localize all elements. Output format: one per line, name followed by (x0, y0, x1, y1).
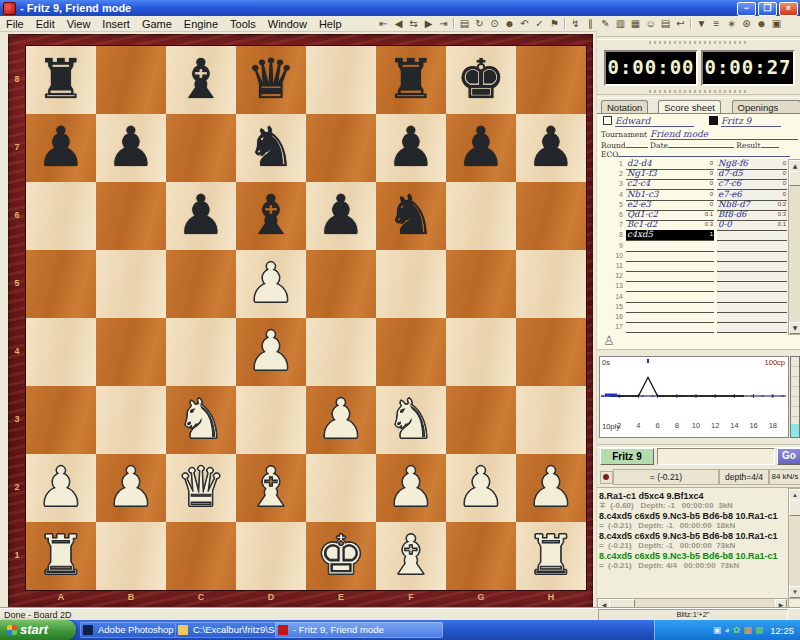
engine-pv-detail: ∓ (-0.60) Depth: -1 00:00:00 3kN (597, 501, 787, 510)
square-b8[interactable] (96, 46, 166, 114)
move-number: 14 (597, 293, 623, 300)
move-number: 5 (597, 201, 623, 208)
scroll-down-icon[interactable]: ▼ (789, 586, 800, 598)
move-row-13: 13 (597, 281, 789, 291)
file-label-b: B (96, 592, 166, 602)
piece-black-pawn[interactable]: ♟ (516, 114, 586, 182)
move-row-8: 8c4xd51 (597, 230, 789, 240)
go-button[interactable]: Go (777, 448, 800, 465)
opponents-icon[interactable]: ☻ (502, 17, 517, 30)
file-label-f: F (376, 592, 446, 602)
square-c6[interactable]: ♟ (166, 182, 236, 250)
network-icon[interactable]: ▣ (713, 625, 722, 635)
rank-label-6: 6 (8, 210, 26, 220)
white-move: d2-d4 (627, 158, 652, 168)
pawn-icon: ♙ (603, 334, 615, 347)
rank-label-2: 2 (8, 482, 26, 492)
notation-window-icon[interactable]: ▤ (658, 17, 673, 30)
player-icon[interactable]: ☺ (643, 17, 658, 30)
menu-item-window[interactable]: Window (262, 18, 313, 30)
move-row-3: 3c2-c40c7-c60 (597, 179, 789, 189)
square-h2[interactable]: ♟ (516, 454, 586, 522)
square-c8[interactable]: ♝ (166, 46, 236, 114)
square-e1[interactable]: ♚ (306, 522, 376, 590)
move-row-11: 11 (597, 261, 789, 271)
graph-scale-label: 100cp (765, 358, 785, 367)
task-app-icon (83, 625, 93, 635)
multimedia-icon[interactable]: ▣ (769, 17, 784, 30)
square-h5[interactable] (516, 250, 586, 318)
takeback-icon[interactable]: ↶ (517, 17, 532, 30)
piece-black-queen[interactable]: ♛ (236, 46, 306, 114)
antivirus-icon[interactable]: ✿ (733, 625, 741, 635)
status-text: Done - Board 2D (4, 610, 72, 620)
engine-options-icon[interactable]: ⊛ (739, 17, 754, 30)
taskbar-task-2[interactable]: C:\Excalbur\fritz9\Sc... (175, 622, 288, 638)
square-h7[interactable]: ♟ (516, 114, 586, 182)
piece-black-pawn[interactable]: ♟ (306, 182, 376, 250)
black-player-row: Fritz 9 (709, 116, 781, 126)
piece-black-bishop[interactable]: ♝ (166, 46, 236, 114)
white-move-time: 0 (710, 191, 713, 197)
move-row-6: 6Qd1-c20.1Bf8-d60.3 (597, 210, 789, 220)
move-number: 8 (597, 231, 623, 238)
scroll-down-icon[interactable]: ▼ (789, 322, 800, 334)
move-row-10: 10 (597, 251, 789, 261)
flag-icon[interactable]: ⚑ (547, 17, 562, 30)
black-player-name: Fritz 9 (721, 116, 781, 127)
square-h6[interactable] (516, 182, 586, 250)
white-move-time: 1 (710, 231, 713, 237)
menu-item-game[interactable]: Game (136, 18, 178, 30)
start-button[interactable]: start (0, 620, 76, 640)
black-move: c7-c6 (718, 178, 741, 188)
black-color-square (709, 116, 718, 125)
engine-status-icon[interactable] (600, 471, 613, 484)
square-g6[interactable] (446, 182, 516, 250)
square-b3[interactable] (96, 386, 166, 454)
fritz-app-icon (3, 2, 16, 15)
chess-board-frame: ♜♝♛♜♚♟♟♞♟♟♟♟♝♟♞♟♟♞♟♞♟♟♛♝♟♟♟♜♚♝♜ 87654321… (8, 34, 593, 608)
black-move-time: 0 (783, 191, 786, 197)
black-move: Nb8-d7 (718, 199, 750, 209)
black-move-time: 0.1 (778, 221, 786, 227)
undo-icon[interactable]: ↩ (673, 17, 688, 30)
menu-item-help[interactable]: Help (313, 18, 348, 30)
engine-pv-line: 8.c4xd5 c6xd5 9.Nc3-b5 Bd6-b8 10.Ra1-c1 (597, 511, 787, 521)
square-g4[interactable] (446, 318, 516, 386)
menu-item-insert[interactable]: Insert (96, 18, 136, 30)
tab-openings-book[interactable]: Openings Book (732, 100, 800, 114)
menu-item-engine[interactable]: Engine (178, 18, 224, 30)
square-a5[interactable] (26, 250, 96, 318)
square-h8[interactable] (516, 46, 586, 114)
piece-white-bishop[interactable]: ♝ (376, 522, 446, 590)
task-app-icon (178, 625, 188, 635)
scrollbar-thumb[interactable] (789, 171, 800, 186)
autoplay-icon[interactable]: ⇆ (406, 17, 421, 30)
move-number: 12 (597, 272, 623, 279)
engine-pv-detail: = (-0.21) Depth: 4/4 00:00:00 73kN (597, 561, 787, 570)
square-a8[interactable]: ♜ (26, 46, 96, 114)
new-game-icon[interactable]: ▤ (457, 17, 472, 30)
white-color-square (603, 116, 612, 125)
media-icon[interactable]: ▦ (743, 625, 752, 635)
square-e7[interactable] (306, 114, 376, 182)
graph-ply-label: 10ply (602, 422, 620, 431)
square-d6[interactable]: ♝ (236, 182, 306, 250)
white-move-time: 0.3 (705, 221, 713, 227)
levels-icon[interactable]: ≡ (709, 17, 724, 30)
square-f5[interactable] (376, 250, 446, 318)
file-label-a: A (26, 592, 96, 602)
square-c7[interactable] (166, 114, 236, 182)
square-c4[interactable] (166, 318, 236, 386)
taskbar-task-1[interactable]: Adobe Photoshop (80, 622, 188, 638)
fritz9-application-window: - Fritz 9, Friend mode − ❐ × FileEditVie… (0, 0, 800, 640)
square-c5[interactable] (166, 250, 236, 318)
move-number: 1 (597, 160, 623, 167)
file-label-d: D (236, 592, 306, 602)
rank-label-5: 5 (8, 278, 26, 288)
engine-name-button[interactable]: Fritz 9 (600, 448, 654, 465)
engine-pv-line: 8.c4xd5 c6xd5 9.Nc3-b5 Bd6-b8 10.Ra1-c1 (597, 551, 787, 561)
square-e4[interactable] (306, 318, 376, 386)
move-row-17: 17 (597, 322, 789, 332)
move-number: 13 (597, 282, 623, 289)
white-move-time: 0 (710, 160, 713, 166)
minimize-button[interactable]: − (737, 2, 756, 16)
last-move-icon[interactable]: ⇥ (436, 17, 451, 30)
move-row-16: 16 (597, 312, 789, 322)
square-b2[interactable]: ♟ (96, 454, 166, 522)
black-move: Bf8-d6 (718, 209, 747, 219)
menu-item-view[interactable]: View (61, 18, 97, 30)
square-e6[interactable]: ♟ (306, 182, 376, 250)
piece-white-knight[interactable]: ♞ (166, 386, 236, 454)
svg-text:18: 18 (769, 421, 777, 430)
scrollbar-thumb[interactable] (789, 500, 800, 516)
windows-taskbar: start Adobe PhotoshopC:\Excalbur\fritz9\… (0, 620, 800, 640)
move-row-12: 12 (597, 271, 789, 281)
pause-icon[interactable]: ∥ (583, 17, 598, 30)
square-a4[interactable] (26, 318, 96, 386)
square-g2[interactable]: ♟ (446, 454, 516, 522)
rank-label-1: 1 (8, 550, 26, 560)
square-d5[interactable]: ♟ (236, 250, 306, 318)
move-number: 17 (597, 323, 623, 330)
file-label-g: G (446, 592, 516, 602)
panel-splitter[interactable] (597, 36, 800, 40)
svg-text:6: 6 (656, 421, 660, 430)
save-icon[interactable]: ▼ (694, 17, 709, 30)
square-d3[interactable] (236, 386, 306, 454)
square-g1[interactable] (446, 522, 516, 590)
black-clock: 0:00:27 (701, 50, 795, 86)
toolbar: ⇤◀⇆▶⇥▤↻⊙☻↶✓⚑↯∥✎▥▦☺▤↩▼≡∗⊛☻▣ (376, 16, 784, 31)
square-c3[interactable]: ♞ (166, 386, 236, 454)
piece-black-rook[interactable]: ♜ (376, 46, 446, 114)
move-row-1: 1d2-d40Ng8-f60 (597, 159, 789, 169)
menu-item-file[interactable]: File (0, 18, 30, 30)
square-b5[interactable] (96, 250, 166, 318)
evaluation-graph: 24681012141618 0s 100cp 10ply (597, 352, 800, 442)
analysis-scrollbar[interactable]: ▲ ▼ (788, 488, 800, 599)
move-row-2: 2Ng1-f30d7-d50 (597, 169, 789, 179)
white-move: e2-e3 (627, 199, 651, 209)
black-move: Ng8-f6 (718, 158, 748, 168)
square-a1[interactable]: ♜ (26, 522, 96, 590)
square-h4[interactable] (516, 318, 586, 386)
piece-white-pawn[interactable]: ♟ (236, 250, 306, 318)
square-d8[interactable]: ♛ (236, 46, 306, 114)
piece-white-rook[interactable]: ♜ (516, 522, 586, 590)
piece-white-bishop[interactable]: ♝ (236, 454, 306, 522)
move-row-7: 7Bc1-d20.30-00.1 (597, 220, 789, 230)
square-c1[interactable] (166, 522, 236, 590)
square-d2[interactable]: ♝ (236, 454, 306, 522)
engine-pv-line: 8.c4xd5 c6xd5 9.Nc3-b5 Bd6-b8 10.Ra1-c1 (597, 531, 787, 541)
rank-label-8: 8 (8, 74, 26, 84)
move-number: 7 (597, 221, 623, 228)
square-e5[interactable] (306, 250, 376, 318)
square-f6[interactable]: ♞ (376, 182, 446, 250)
quicktime-icon[interactable]: ◕ (724, 625, 729, 635)
black-move: 0-0 (718, 219, 732, 229)
windows-logo-icon (7, 625, 17, 635)
right-panel: 0:00:00 0:00:27 NotationScore sheetOpeni… (596, 30, 800, 608)
annotate-icon[interactable]: ✎ (598, 17, 613, 30)
save-position-icon[interactable]: ▥ (613, 17, 628, 30)
piece-black-knight[interactable]: ♞ (376, 182, 446, 250)
splitter-grip[interactable] (649, 41, 749, 44)
rank-label-7: 7 (8, 142, 26, 152)
move-number: 10 (597, 252, 623, 259)
move-number: 2 (597, 170, 623, 177)
toolbar-separator (453, 18, 455, 29)
piece-black-knight[interactable]: ♞ (236, 114, 306, 182)
white-move: Qd1-c2 (627, 209, 658, 219)
piece-black-pawn[interactable]: ♟ (96, 114, 166, 182)
clock-icon[interactable]: ⊙ (487, 17, 502, 30)
system-tray: ▣◕✿▦▦ 12:25 (654, 620, 800, 640)
piece-black-pawn[interactable]: ♟ (376, 114, 446, 182)
piece-white-pawn[interactable]: ♟ (446, 454, 516, 522)
black-move: d7-d5 (718, 168, 743, 178)
svg-text:14: 14 (730, 421, 738, 430)
engine-move-input[interactable] (657, 448, 775, 465)
move-number: 6 (597, 211, 623, 218)
file-label-h: H (516, 592, 586, 602)
tournament-row: Tournament Friend mode (601, 129, 798, 139)
score-sheet: Edward Fritz 9 Tournament Friend mode Ro… (597, 113, 800, 349)
graph-time-label: 0s (602, 358, 610, 367)
piece-black-pawn[interactable]: ♟ (446, 114, 516, 182)
toolbar-separator (564, 18, 566, 29)
engine-pv-line: 8.Ra1-c1 d5xc4 9.Bf1xc4 (597, 491, 787, 501)
move-row-5: 5e2-e30Nb8-d70.2 (597, 200, 789, 210)
svg-text:8: 8 (675, 421, 679, 430)
move-number: 16 (597, 313, 623, 320)
square-b7[interactable]: ♟ (96, 114, 166, 182)
search-depth: depth=4/4 (719, 469, 769, 485)
back-icon[interactable]: ◀ (391, 17, 406, 30)
file-label-e: E (306, 592, 376, 602)
options-icon[interactable]: ∗ (724, 17, 739, 30)
task-app-icon (278, 625, 288, 635)
search-speed: 84 kN/s (769, 469, 800, 485)
white-move: Nb1-c3 (627, 189, 658, 199)
white-move: c4xd5 (627, 229, 653, 239)
piece-white-knight[interactable]: ♞ (376, 386, 446, 454)
piece-white-pawn[interactable]: ♟ (376, 454, 446, 522)
menu-item-tools[interactable]: Tools (224, 18, 262, 30)
white-move-cell[interactable] (626, 322, 714, 333)
window-title: - Fritz 9, Friend mode (20, 2, 131, 14)
move-number: 4 (597, 191, 623, 198)
tab-notation[interactable]: Notation (601, 100, 648, 114)
round-date-result-row: Round Date Result (601, 141, 797, 150)
menu-item-edit[interactable]: Edit (30, 18, 61, 30)
piece-black-pawn[interactable]: ♟ (26, 114, 96, 182)
black-move-time: 0 (783, 170, 786, 176)
white-move-time: 0 (710, 201, 713, 207)
scoresheet-scrollbar[interactable]: ▲ ▼ (788, 159, 800, 335)
square-g5[interactable] (446, 250, 516, 318)
friends-icon[interactable]: ☻ (754, 17, 769, 30)
move-number: 11 (597, 262, 623, 269)
move-number: 3 (597, 180, 623, 187)
square-b4[interactable] (96, 318, 166, 386)
splitter-grip[interactable] (649, 90, 749, 93)
square-g3[interactable] (446, 386, 516, 454)
square-f7[interactable]: ♟ (376, 114, 446, 182)
move-row-15: 15 (597, 302, 789, 312)
square-a3[interactable] (26, 386, 96, 454)
square-g8[interactable]: ♚ (446, 46, 516, 114)
white-player-name: Edward (615, 116, 694, 127)
white-move: c2-c4 (627, 178, 650, 188)
flip-board-icon[interactable]: ↻ (472, 17, 487, 30)
black-move-time: 0 (783, 180, 786, 186)
black-move-time: 0.2 (778, 201, 786, 207)
move-row-9: 9 (597, 241, 789, 251)
taskbar-task-3[interactable]: - Fritz 9, Friend mode (275, 622, 443, 638)
square-f1[interactable]: ♝ (376, 522, 446, 590)
piece-white-rook[interactable]: ♜ (26, 522, 96, 590)
move-list[interactable]: 1d2-d40Ng8-f602Ng1-f30d7-d503c2-c40c7-c6… (597, 159, 789, 333)
square-e2[interactable] (306, 454, 376, 522)
white-move: Bc1-d2 (627, 219, 657, 229)
white-move-time: 0 (710, 170, 713, 176)
file-label-c: C (166, 592, 236, 602)
chess-board[interactable]: ♜♝♛♜♚♟♟♞♟♟♟♟♝♟♞♟♟♞♟♞♟♟♛♝♟♟♟♜♚♝♜ (26, 46, 586, 590)
restore-button[interactable]: ❐ (758, 2, 777, 16)
square-c2[interactable]: ♛ (166, 454, 236, 522)
engine-pv-detail: = (-0.21) Depth: -1 00:00:00 18kN (597, 521, 787, 530)
black-move-cell[interactable] (717, 322, 787, 333)
evaluation-value: = (-0.21) (613, 469, 719, 485)
engine-analysis-pane[interactable]: 8.Ra1-c1 d5xc4 9.Bf1xc4∓ (-0.60) Depth: … (597, 487, 800, 609)
square-f3[interactable]: ♞ (376, 386, 446, 454)
square-g7[interactable]: ♟ (446, 114, 516, 182)
square-f8[interactable]: ♜ (376, 46, 446, 114)
move-number: 9 (597, 242, 623, 249)
square-d4[interactable]: ♟ (236, 318, 306, 386)
black-move: e7-e6 (718, 189, 742, 199)
board-window-icon[interactable]: ▦ (628, 17, 643, 30)
engine-pv-detail: = (-0.21) Depth: -1 00:00:00 73kN (597, 541, 787, 550)
close-button[interactable]: × (779, 2, 798, 16)
piece-black-king[interactable]: ♚ (446, 46, 516, 114)
title-bar[interactable]: - Fritz 9, Friend mode − ❐ × (0, 0, 800, 16)
square-b6[interactable] (96, 182, 166, 250)
square-b1[interactable] (96, 522, 166, 590)
tournament-label: Tournament (601, 130, 647, 139)
square-h1[interactable]: ♜ (516, 522, 586, 590)
piece-white-pawn[interactable]: ♟ (516, 454, 586, 522)
accept-move-icon[interactable]: ✓ (532, 17, 547, 30)
white-player-row: Edward (603, 116, 694, 126)
piece-white-queen[interactable]: ♛ (166, 454, 236, 522)
square-d7[interactable]: ♞ (236, 114, 306, 182)
svg-text:4: 4 (636, 421, 640, 430)
forward-icon[interactable]: ▶ (421, 17, 436, 30)
svg-text:16: 16 (749, 421, 757, 430)
black-move-time: 0.3 (778, 211, 786, 217)
svg-text:12: 12 (711, 421, 719, 430)
piece-white-king[interactable]: ♚ (306, 522, 376, 590)
white-move: Ng1-f3 (627, 168, 657, 178)
panel-splitter[interactable] (597, 94, 800, 98)
piece-black-rook[interactable]: ♜ (26, 46, 96, 114)
first-move-icon[interactable]: ⇤ (376, 17, 391, 30)
piece-white-pawn[interactable]: ♟ (306, 386, 376, 454)
white-move-time: 0.1 (705, 211, 713, 217)
rank-label-4: 4 (8, 346, 26, 356)
square-e8[interactable] (306, 46, 376, 114)
svg-text:10: 10 (692, 421, 700, 430)
square-a7[interactable]: ♟ (26, 114, 96, 182)
move-row-4: 4Nb1-c30e7-e60 (597, 190, 789, 200)
white-move-time: 0 (710, 180, 713, 186)
square-d1[interactable] (236, 522, 306, 590)
square-f2[interactable]: ♟ (376, 454, 446, 522)
move-row-14: 14 (597, 292, 789, 302)
square-a6[interactable] (26, 182, 96, 250)
white-clock: 0:00:00 (604, 50, 698, 86)
square-h3[interactable] (516, 386, 586, 454)
clock-tray: 12:25 (770, 625, 794, 636)
display-icon[interactable]: ▦ (755, 625, 764, 635)
square-f4[interactable] (376, 318, 446, 386)
engine-key-icon[interactable]: ↯ (568, 17, 583, 30)
rank-label-3: 3 (8, 414, 26, 424)
square-e3[interactable]: ♟ (306, 386, 376, 454)
square-a2[interactable]: ♟ (26, 454, 96, 522)
piece-black-pawn[interactable]: ♟ (166, 182, 236, 250)
piece-white-pawn[interactable]: ♟ (96, 454, 166, 522)
piece-white-pawn[interactable]: ♟ (26, 454, 96, 522)
toolbar-separator (690, 18, 692, 29)
piece-white-pawn[interactable]: ♟ (236, 318, 306, 386)
tab-score-sheet[interactable]: Score sheet (658, 100, 721, 114)
black-move-time: 0 (783, 160, 786, 166)
move-number: 15 (597, 303, 623, 310)
piece-black-bishop[interactable]: ♝ (236, 182, 306, 250)
tournament-value: Friend mode (650, 129, 798, 140)
